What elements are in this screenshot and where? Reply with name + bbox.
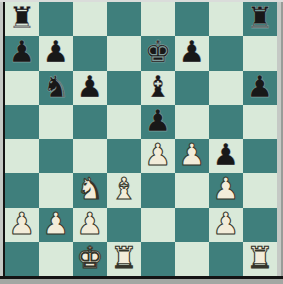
square-h2[interactable] — [243, 208, 277, 242]
square-g3[interactable]: ♟ — [209, 173, 243, 207]
square-g5[interactable] — [209, 105, 243, 139]
white-knight-icon[interactable]: ♞ — [77, 173, 104, 206]
chess-app-window: ♜♜♟♟♚♟♞♟♝♟♟♟♟♟♞♝♟♟♟♟♟♚♜♜ — [0, 0, 283, 284]
square-a2[interactable]: ♟ — [5, 208, 39, 242]
square-f7[interactable]: ♟ — [175, 36, 209, 70]
square-b8[interactable] — [39, 2, 73, 36]
square-c2[interactable]: ♟ — [73, 208, 107, 242]
square-a8[interactable]: ♜ — [5, 2, 39, 36]
square-e3[interactable] — [141, 173, 175, 207]
square-e1[interactable] — [141, 242, 175, 276]
square-h5[interactable] — [243, 105, 277, 139]
white-pawn-icon[interactable]: ♟ — [9, 208, 36, 241]
black-bishop-icon[interactable]: ♝ — [145, 71, 172, 104]
square-d4[interactable] — [107, 139, 141, 173]
board-frame-top-edge — [0, 0, 283, 2]
white-bishop-icon[interactable]: ♝ — [111, 173, 138, 206]
square-a6[interactable] — [5, 71, 39, 105]
square-h3[interactable] — [243, 173, 277, 207]
square-c4[interactable] — [73, 139, 107, 173]
square-h1[interactable]: ♜ — [243, 242, 277, 276]
square-f3[interactable] — [175, 173, 209, 207]
square-b2[interactable]: ♟ — [39, 208, 73, 242]
black-pawn-icon[interactable]: ♟ — [43, 36, 70, 69]
square-h6[interactable]: ♟ — [243, 71, 277, 105]
square-f1[interactable] — [175, 242, 209, 276]
square-g2[interactable]: ♟ — [209, 208, 243, 242]
square-b3[interactable] — [39, 173, 73, 207]
square-c5[interactable] — [73, 105, 107, 139]
square-b1[interactable] — [39, 242, 73, 276]
square-e4[interactable]: ♟ — [141, 139, 175, 173]
square-d6[interactable] — [107, 71, 141, 105]
square-g8[interactable] — [209, 2, 243, 36]
square-f5[interactable] — [175, 105, 209, 139]
square-c7[interactable] — [73, 36, 107, 70]
square-e7[interactable]: ♚ — [141, 36, 175, 70]
black-pawn-icon[interactable]: ♟ — [213, 139, 240, 172]
chess-board: ♜♜♟♟♚♟♞♟♝♟♟♟♟♟♞♝♟♟♟♟♟♚♜♜ — [5, 2, 277, 276]
black-pawn-icon[interactable]: ♟ — [247, 71, 274, 104]
square-f6[interactable] — [175, 71, 209, 105]
square-e2[interactable] — [141, 208, 175, 242]
square-d8[interactable] — [107, 2, 141, 36]
square-f4[interactable]: ♟ — [175, 139, 209, 173]
square-a1[interactable] — [5, 242, 39, 276]
square-e6[interactable]: ♝ — [141, 71, 175, 105]
square-c8[interactable] — [73, 2, 107, 36]
square-d7[interactable] — [107, 36, 141, 70]
square-d5[interactable] — [107, 105, 141, 139]
square-c1[interactable]: ♚ — [73, 242, 107, 276]
square-d2[interactable] — [107, 208, 141, 242]
white-pawn-icon[interactable]: ♟ — [77, 208, 104, 241]
square-h4[interactable] — [243, 139, 277, 173]
black-rook-icon[interactable]: ♜ — [247, 2, 274, 35]
white-king-icon[interactable]: ♚ — [77, 242, 104, 275]
square-d3[interactable]: ♝ — [107, 173, 141, 207]
black-king-icon[interactable]: ♚ — [145, 36, 172, 69]
black-pawn-icon[interactable]: ♟ — [145, 105, 172, 138]
square-b7[interactable]: ♟ — [39, 36, 73, 70]
white-pawn-icon[interactable]: ♟ — [213, 173, 240, 206]
square-a7[interactable]: ♟ — [5, 36, 39, 70]
square-b4[interactable] — [39, 139, 73, 173]
white-pawn-icon[interactable]: ♟ — [145, 139, 172, 172]
white-rook-icon[interactable]: ♜ — [247, 242, 274, 275]
square-a3[interactable] — [5, 173, 39, 207]
black-pawn-icon[interactable]: ♟ — [77, 71, 104, 104]
white-pawn-icon[interactable]: ♟ — [43, 208, 70, 241]
board-frame-left-line — [3, 2, 5, 277]
white-pawn-icon[interactable]: ♟ — [179, 139, 206, 172]
square-b5[interactable] — [39, 105, 73, 139]
square-g6[interactable] — [209, 71, 243, 105]
square-c3[interactable]: ♞ — [73, 173, 107, 207]
board-frame-right-edge — [281, 2, 283, 276]
square-a5[interactable] — [5, 105, 39, 139]
square-a4[interactable] — [5, 139, 39, 173]
white-rook-icon[interactable]: ♜ — [111, 242, 138, 275]
square-g1[interactable] — [209, 242, 243, 276]
square-h7[interactable] — [243, 36, 277, 70]
black-rook-icon[interactable]: ♜ — [9, 2, 36, 35]
black-knight-icon[interactable]: ♞ — [43, 71, 70, 104]
black-pawn-icon[interactable]: ♟ — [179, 36, 206, 69]
square-b6[interactable]: ♞ — [39, 71, 73, 105]
square-f2[interactable] — [175, 208, 209, 242]
square-d1[interactable]: ♜ — [107, 242, 141, 276]
square-g7[interactable] — [209, 36, 243, 70]
square-c6[interactable]: ♟ — [73, 71, 107, 105]
square-e5[interactable]: ♟ — [141, 105, 175, 139]
black-pawn-icon[interactable]: ♟ — [9, 36, 36, 69]
square-h8[interactable]: ♜ — [243, 2, 277, 36]
board-frame-bottom-gray — [0, 279, 283, 284]
square-f8[interactable] — [175, 2, 209, 36]
white-pawn-icon[interactable]: ♟ — [213, 208, 240, 241]
square-e8[interactable] — [141, 2, 175, 36]
square-g4[interactable]: ♟ — [209, 139, 243, 173]
